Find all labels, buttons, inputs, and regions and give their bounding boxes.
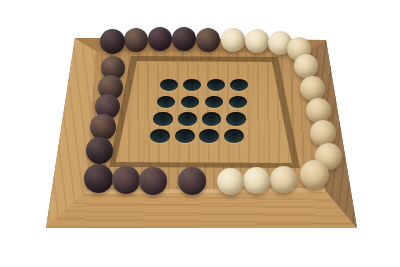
marble-light[interactable] (300, 76, 325, 101)
marble-light[interactable] (300, 160, 329, 189)
marble-dark[interactable] (90, 114, 116, 140)
marble-light[interactable] (221, 28, 245, 52)
marble-light[interactable] (306, 98, 331, 123)
marble-light[interactable] (310, 120, 336, 146)
board-game-photo (0, 0, 400, 267)
marble-track (0, 0, 400, 267)
marble-dark[interactable] (84, 164, 113, 193)
marble-dark[interactable] (112, 166, 140, 194)
marble-light[interactable] (217, 168, 244, 195)
marble-light[interactable] (243, 167, 270, 194)
marble-dark[interactable] (148, 27, 172, 51)
marble-dark[interactable] (139, 167, 167, 195)
marble-dark[interactable] (86, 137, 113, 164)
marble-light[interactable] (294, 54, 318, 78)
marble-dark[interactable] (124, 28, 148, 52)
marble-dark[interactable] (196, 28, 220, 52)
marble-dark[interactable] (100, 29, 125, 54)
marble-dark[interactable] (172, 27, 196, 51)
marble-light[interactable] (270, 166, 297, 193)
marble-dark[interactable] (178, 167, 206, 195)
marble-light[interactable] (245, 29, 269, 53)
